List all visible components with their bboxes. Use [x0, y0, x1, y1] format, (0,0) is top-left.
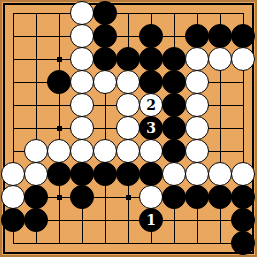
white-stone-2[interactable]: 2: [139, 93, 163, 117]
white-stone[interactable]: [70, 1, 94, 25]
black-stone[interactable]: [70, 185, 94, 209]
black-stone[interactable]: [162, 116, 186, 140]
black-stone[interactable]: [162, 70, 186, 94]
white-stone[interactable]: [24, 139, 48, 163]
white-stone[interactable]: [93, 70, 117, 94]
black-stone[interactable]: [93, 162, 117, 186]
white-stone[interactable]: [185, 70, 209, 94]
white-stone[interactable]: [116, 116, 140, 140]
star-point: [57, 195, 62, 200]
star-point: [57, 57, 62, 62]
black-stone[interactable]: [93, 24, 117, 48]
black-stone[interactable]: [116, 47, 140, 71]
white-stone[interactable]: [70, 116, 94, 140]
star-point: [126, 195, 131, 200]
white-stone[interactable]: [185, 116, 209, 140]
white-stone[interactable]: [47, 139, 71, 163]
black-stone-3[interactable]: 3: [139, 116, 163, 140]
black-stone[interactable]: [24, 185, 48, 209]
white-stone[interactable]: [24, 162, 48, 186]
white-stone[interactable]: [70, 93, 94, 117]
white-stone[interactable]: [139, 185, 163, 209]
white-stone[interactable]: [70, 70, 94, 94]
black-stone[interactable]: [116, 162, 140, 186]
white-stone[interactable]: [1, 162, 25, 186]
white-stone[interactable]: [185, 93, 209, 117]
black-stone[interactable]: [185, 185, 209, 209]
black-stone[interactable]: [231, 185, 255, 209]
black-stone[interactable]: [139, 47, 163, 71]
black-stone[interactable]: [208, 24, 232, 48]
white-stone[interactable]: [70, 24, 94, 48]
white-stone[interactable]: [139, 139, 163, 163]
white-stone[interactable]: [1, 185, 25, 209]
white-stone[interactable]: [162, 162, 186, 186]
black-stone[interactable]: [162, 185, 186, 209]
black-stone[interactable]: [231, 231, 255, 255]
white-stone[interactable]: [231, 162, 255, 186]
white-stone[interactable]: [70, 139, 94, 163]
move-number-label: 3: [146, 121, 156, 135]
black-stone[interactable]: [47, 70, 71, 94]
white-stone[interactable]: [70, 47, 94, 71]
white-stone[interactable]: [231, 47, 255, 71]
black-stone[interactable]: [139, 162, 163, 186]
white-stone[interactable]: [116, 93, 140, 117]
black-stone[interactable]: [231, 208, 255, 232]
black-stone[interactable]: [139, 24, 163, 48]
black-stone[interactable]: [162, 139, 186, 163]
black-stone[interactable]: [1, 208, 25, 232]
black-stone[interactable]: [70, 162, 94, 186]
black-stone-1[interactable]: 1: [139, 208, 163, 232]
move-number-label: 1: [146, 213, 156, 227]
black-stone[interactable]: [231, 24, 255, 48]
white-stone[interactable]: [208, 47, 232, 71]
star-point: [57, 126, 62, 131]
black-stone[interactable]: [93, 1, 117, 25]
black-stone[interactable]: [47, 162, 71, 186]
white-stone[interactable]: [116, 70, 140, 94]
white-stone[interactable]: [185, 139, 209, 163]
white-stone[interactable]: [116, 139, 140, 163]
black-stone[interactable]: [24, 208, 48, 232]
black-stone[interactable]: [162, 93, 186, 117]
black-stone[interactable]: [162, 47, 186, 71]
black-stone[interactable]: [208, 185, 232, 209]
white-stone[interactable]: [185, 47, 209, 71]
white-stone[interactable]: [93, 139, 117, 163]
black-stone[interactable]: [139, 70, 163, 94]
black-stone[interactable]: [93, 47, 117, 71]
black-stone[interactable]: [185, 24, 209, 48]
white-stone[interactable]: [208, 162, 232, 186]
white-stone[interactable]: [185, 162, 209, 186]
move-number-label: 2: [146, 98, 156, 112]
go-board[interactable]: 231: [0, 0, 257, 257]
